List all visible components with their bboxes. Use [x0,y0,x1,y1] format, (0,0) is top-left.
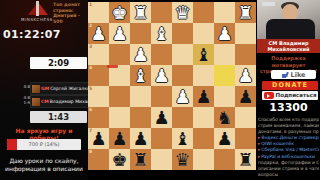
webcam-video [257,0,320,40]
square-e7 [151,128,172,149]
square-e1 [151,2,172,23]
black-pawn: ♟ [151,107,172,128]
square-b7: ♟ [214,128,235,149]
square-a6 [235,107,256,128]
square-a3 [235,44,256,65]
streamer-name-caption: СМ Владимир Михайловский [257,39,320,53]
square-g4 [109,65,130,86]
player1-title: GM [41,86,49,91]
black-pawn: ♟ [109,128,130,149]
square-a5: ♟ [235,86,256,107]
white-pawn: ♟ [130,44,151,65]
square-g5 [109,86,130,107]
square-a1: ♜ [235,2,256,23]
bullet-icon: ▸ [258,135,260,140]
square-g7: ♟ [109,128,130,149]
square-f4: ♝ [130,65,151,86]
stream-screen: MINSKCHESS Топ донат стрима: Дмитрий - 5… [0,0,320,180]
square-a4: ♟ [235,65,256,86]
thumbs-up-icon [282,72,289,78]
white-pawn: ♟ [109,23,130,44]
bullet-icon: ▸ [258,154,260,159]
square-f8: ♜ [130,149,151,170]
square-d6 [172,107,193,128]
black-pawn: ♟ [130,128,151,149]
square-c4 [193,65,214,86]
cam-overlay-badge [262,2,275,6]
player1-row: GM Сергей Жигалко 2615 [30,82,90,95]
stream-elapsed-timer: 01:22:07 [3,28,61,41]
donation-link[interactable]: ▸PayPal и веб-кошельки [258,154,319,160]
black-knight: ♞ [214,107,235,128]
square-h2: 2♟ [88,23,109,44]
square-f2 [130,23,151,44]
square-b6: ♞ [214,107,235,128]
top-donation-value: Дмитрий - 500 [53,13,88,24]
black-king: ♚ [109,149,130,170]
bullet-icon: ▸ [258,147,260,152]
player2-name: Владимир Михайловский [50,99,90,104]
player1-score: 4:8 [22,85,30,90]
player1-avatar [32,85,40,93]
square-a2 [235,23,256,44]
subscribe-button[interactable]: Подписаться [262,91,318,100]
player1-name: Сергей Жигалко [50,86,90,91]
donation-text: описании стрима и в чате, все [258,166,319,172]
streamer-clock: 1:43 [30,111,87,123]
bullet-icon: ▸ [258,141,260,146]
youtube-play-icon [264,92,274,99]
white-pawn: ♟ [235,65,256,86]
square-a7 [235,128,256,149]
move-annotation [107,65,118,68]
player2-score: 4:8 1:9 [22,96,30,105]
top-donation-label: Топ донат стрима: [53,2,88,13]
white-pawn: ♟ [151,65,172,86]
square-g6 [109,107,130,128]
black-pawn: ♟ [235,86,256,107]
donate-button[interactable]: DONATE [262,81,318,90]
donation-link[interactable]: ▸Сбербанк Visa / MasterCard [258,147,319,153]
black-queen: ♛ [172,149,193,170]
rank-label: 8 [89,149,92,154]
square-f3: ♟ [130,44,151,65]
player2-row: СМ Владимир Михайловский 2219 [30,95,90,108]
square-a8: ♜ [235,149,256,170]
square-h7: 7♟ [88,128,109,149]
square-g1: ♚ [109,2,130,23]
white-queen: ♛ [172,2,193,23]
square-e5 [151,86,172,107]
square-h6: 6 [88,107,109,128]
rank-label: 1 [89,2,92,7]
black-rook: ♜ [130,149,151,170]
chess-board: 1♚♜♛♜2♟♟♝♟3♟♝4♝♟♟5♟♟♟6♟♞7♟♟♟♝♟8♚♜♛♜ [88,2,256,170]
player2-title: СМ [41,99,49,104]
square-e3 [151,44,172,65]
square-c5: ♟ [193,86,214,107]
square-f5 [130,86,151,107]
square-d7: ♝ [172,128,193,149]
square-g2: ♟ [109,23,130,44]
square-f1: ♜ [130,2,151,23]
like-button[interactable]: Like [271,70,316,79]
white-bishop: ♝ [151,23,172,44]
square-d8: ♛ [172,149,193,170]
player2-avatar [32,98,40,106]
square-c2 [193,23,214,44]
donation-progress-bar: 700 ₽ (14%) [7,139,81,150]
opponent-clock: 2:09 [30,57,87,69]
square-d2 [172,23,193,44]
square-h5: 5 [88,86,109,107]
square-c8 [193,149,214,170]
square-g3 [109,44,130,65]
white-pawn: ♟ [214,23,235,44]
square-b1 [214,2,235,23]
square-c3: ♝ [193,44,214,65]
square-b3 [214,44,235,65]
channel-logo-icon [26,1,50,16]
square-e4: ♟ [151,65,172,86]
white-rook: ♜ [130,2,151,23]
black-pawn: ♟ [193,86,214,107]
progress-text: 700 ₽ (14%) [7,139,81,150]
square-e2: ♝ [151,23,172,44]
white-king: ♚ [109,2,130,23]
square-d1: ♛ [172,2,193,23]
left-panel: MINSKCHESS Топ донат стрима: Дмитрий - 5… [0,0,88,180]
right-panel: СМ Владимир Михайловский Поддержка мотив… [257,0,320,180]
black-pawn: ♟ [88,128,109,149]
donation-text: вопросы [258,172,319,178]
square-b4 [214,65,235,86]
square-c7 [193,128,214,149]
black-bishop: ♝ [193,44,214,65]
rank-label: 6 [89,107,92,112]
square-e6: ♟ [151,107,172,128]
square-c1 [193,2,214,23]
square-f7: ♟ [130,128,151,149]
black-pawn: ♟ [214,128,235,149]
square-h1: 1 [88,2,109,23]
subscriber-count: 13300 [257,101,320,114]
rank-label: 4 [89,65,92,70]
square-d3 [172,44,193,65]
square-h4: 4 [88,65,109,86]
streamer-torso [266,19,315,40]
lessons-note: Даю уроки по скайпу, информация в описан… [2,157,86,173]
white-bishop: ♝ [130,65,151,86]
rank-label: 5 [89,86,92,91]
white-pawn: ♟ [88,23,109,44]
square-g8: ♚ [109,149,130,170]
square-b2: ♟ [214,23,235,44]
donation-text: подарки, фотографии и Спасибо в [258,160,319,166]
white-rook: ♜ [235,2,256,23]
donation-info-list: Спасибо всем кто поддерживаетстрим внима… [258,117,319,178]
square-b5 [214,86,235,107]
like-label: Like [291,71,306,79]
square-d4 [172,65,193,86]
black-rook: ♜ [235,149,256,170]
square-e8 [151,149,172,170]
square-c6 [193,107,214,128]
square-h8: 8 [88,149,109,170]
square-b8 [214,149,235,170]
square-f6 [130,107,151,128]
subscribe-label: Подписаться [276,92,317,98]
white-pawn: ♟ [172,86,193,107]
top-donation-banner: Топ донат стрима: Дмитрий - 500 [53,2,88,24]
square-d5: ♟ [172,86,193,107]
square-h3: 3 [88,44,109,65]
black-bishop: ♝ [172,128,193,149]
rank-label: 3 [89,44,92,49]
